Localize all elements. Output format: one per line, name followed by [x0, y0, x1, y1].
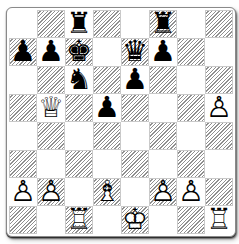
square-e1[interactable]: ♚♔ [121, 206, 149, 234]
square-g3[interactable] [177, 150, 205, 178]
square-e2[interactable] [121, 178, 149, 206]
square-c2[interactable] [65, 178, 93, 206]
piece-black-knight: ♞ [65, 66, 93, 94]
square-d3[interactable] [93, 150, 121, 178]
square-b5[interactable]: ♛♕ [37, 94, 65, 122]
square-h1[interactable]: ♜♖ [205, 206, 233, 234]
square-g2[interactable]: ♟♙ [177, 178, 205, 206]
square-g6[interactable] [177, 66, 205, 94]
piece-black-queen: ♛ [121, 38, 149, 66]
square-d1[interactable] [93, 206, 121, 234]
square-d8[interactable] [93, 10, 121, 38]
piece-white-king: ♚♔ [121, 206, 149, 234]
square-g5[interactable] [177, 94, 205, 122]
piece-white-pawn: ♟♙ [205, 94, 233, 122]
square-f5[interactable] [149, 94, 177, 122]
square-a8[interactable] [9, 10, 37, 38]
piece-black-pawn: ♟ [121, 66, 149, 94]
piece-black-rook: ♜ [65, 10, 93, 38]
square-f3[interactable] [149, 150, 177, 178]
square-e4[interactable] [121, 122, 149, 150]
square-b6[interactable] [37, 66, 65, 94]
board-frame: ♜♜♟♟♚♛♟♞♟♛♕♟♟♙♟♙♟♙♝♗♟♙♟♙♜♖♚♔♜♖ [6, 7, 236, 237]
square-c6[interactable]: ♞ [65, 66, 93, 94]
square-f1[interactable] [149, 206, 177, 234]
piece-white-queen: ♛♕ [37, 94, 65, 122]
square-c1[interactable]: ♜♖ [65, 206, 93, 234]
square-b7[interactable]: ♟ [37, 38, 65, 66]
square-g8[interactable] [177, 10, 205, 38]
square-a5[interactable] [9, 94, 37, 122]
square-d6[interactable] [93, 66, 121, 94]
square-a7[interactable]: ♟ [9, 38, 37, 66]
chess-diagram: ♜♜♟♟♚♛♟♞♟♛♕♟♟♙♟♙♟♙♝♗♟♙♟♙♜♖♚♔♜♖ [0, 0, 239, 244]
square-d5[interactable]: ♟ [93, 94, 121, 122]
square-a1[interactable] [9, 206, 37, 234]
square-f8[interactable]: ♜ [149, 10, 177, 38]
square-f6[interactable] [149, 66, 177, 94]
square-g1[interactable] [177, 206, 205, 234]
square-a2[interactable]: ♟♙ [9, 178, 37, 206]
piece-white-pawn: ♟♙ [149, 178, 177, 206]
square-a3[interactable] [9, 150, 37, 178]
square-d7[interactable] [93, 38, 121, 66]
square-g7[interactable] [177, 38, 205, 66]
square-f2[interactable]: ♟♙ [149, 178, 177, 206]
square-h5[interactable]: ♟♙ [205, 94, 233, 122]
square-h8[interactable] [205, 10, 233, 38]
piece-white-rook: ♜♖ [205, 206, 233, 234]
square-b4[interactable] [37, 122, 65, 150]
square-c4[interactable] [65, 122, 93, 150]
piece-white-pawn: ♟♙ [9, 178, 37, 206]
square-e8[interactable] [121, 10, 149, 38]
square-b8[interactable] [37, 10, 65, 38]
square-f7[interactable]: ♟ [149, 38, 177, 66]
square-g4[interactable] [177, 122, 205, 150]
square-c5[interactable] [65, 94, 93, 122]
square-e3[interactable] [121, 150, 149, 178]
piece-white-pawn: ♟♙ [37, 178, 65, 206]
piece-white-rook: ♜♖ [65, 206, 93, 234]
square-b3[interactable] [37, 150, 65, 178]
square-d2[interactable]: ♝♗ [93, 178, 121, 206]
piece-white-bishop: ♝♗ [93, 178, 121, 206]
square-h4[interactable] [205, 122, 233, 150]
square-h6[interactable] [205, 66, 233, 94]
piece-black-rook: ♜ [149, 10, 177, 38]
square-a4[interactable] [9, 122, 37, 150]
square-c8[interactable]: ♜ [65, 10, 93, 38]
square-e5[interactable] [121, 94, 149, 122]
piece-black-pawn: ♟ [37, 38, 65, 66]
piece-black-pawn: ♟ [149, 38, 177, 66]
square-h7[interactable] [205, 38, 233, 66]
piece-black-pawn: ♟ [9, 38, 37, 66]
square-h3[interactable] [205, 150, 233, 178]
square-f4[interactable] [149, 122, 177, 150]
square-a6[interactable] [9, 66, 37, 94]
chess-board: ♜♜♟♟♚♛♟♞♟♛♕♟♟♙♟♙♟♙♝♗♟♙♟♙♜♖♚♔♜♖ [9, 10, 233, 234]
piece-black-pawn: ♟ [93, 94, 121, 122]
square-c3[interactable] [65, 150, 93, 178]
piece-white-pawn: ♟♙ [177, 178, 205, 206]
square-d4[interactable] [93, 122, 121, 150]
square-b1[interactable] [37, 206, 65, 234]
square-e7[interactable]: ♛ [121, 38, 149, 66]
square-c7[interactable]: ♚ [65, 38, 93, 66]
square-h2[interactable] [205, 178, 233, 206]
square-e6[interactable]: ♟ [121, 66, 149, 94]
square-b2[interactable]: ♟♙ [37, 178, 65, 206]
piece-black-king: ♚ [65, 38, 93, 66]
